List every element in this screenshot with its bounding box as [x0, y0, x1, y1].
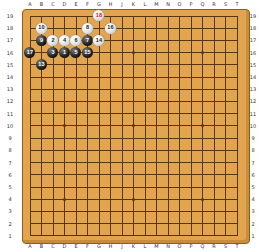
intersection-T6[interactable] — [231, 169, 243, 181]
intersection-G3[interactable] — [93, 205, 105, 217]
intersection-P13[interactable] — [185, 83, 197, 95]
intersection-G1[interactable] — [93, 230, 105, 242]
intersection-B17[interactable]: 9 — [36, 34, 48, 46]
intersection-M15[interactable] — [151, 59, 163, 71]
intersection-L18[interactable] — [139, 22, 151, 34]
intersection-N15[interactable] — [162, 59, 174, 71]
intersection-G19[interactable]: 18 — [93, 10, 105, 22]
intersection-S6[interactable] — [220, 169, 232, 181]
intersection-E6[interactable] — [70, 169, 82, 181]
intersection-C1[interactable] — [47, 230, 59, 242]
intersection-L13[interactable] — [139, 83, 151, 95]
intersection-E10[interactable] — [70, 120, 82, 132]
intersection-J7[interactable] — [116, 157, 128, 169]
intersection-E17[interactable]: 6 — [70, 34, 82, 46]
intersection-O10[interactable] — [174, 120, 186, 132]
intersection-L3[interactable] — [139, 205, 151, 217]
intersection-D9[interactable] — [59, 132, 71, 144]
intersection-F17[interactable]: 7 — [82, 34, 94, 46]
intersection-B12[interactable] — [36, 95, 48, 107]
intersection-B16[interactable] — [36, 47, 48, 59]
intersection-J17[interactable] — [116, 34, 128, 46]
intersection-F11[interactable] — [82, 108, 94, 120]
intersection-D6[interactable] — [59, 169, 71, 181]
intersection-D2[interactable] — [59, 218, 71, 230]
intersection-T2[interactable] — [231, 218, 243, 230]
intersection-M8[interactable] — [151, 144, 163, 156]
intersection-F7[interactable] — [82, 157, 94, 169]
intersection-E1[interactable] — [70, 230, 82, 242]
intersection-M13[interactable] — [151, 83, 163, 95]
intersection-M16[interactable] — [151, 47, 163, 59]
intersection-J11[interactable] — [116, 108, 128, 120]
intersection-N6[interactable] — [162, 169, 174, 181]
intersection-B15[interactable]: 13 — [36, 59, 48, 71]
intersection-G10[interactable] — [93, 120, 105, 132]
intersection-P9[interactable] — [185, 132, 197, 144]
intersection-D8[interactable] — [59, 144, 71, 156]
intersection-O5[interactable] — [174, 181, 186, 193]
intersection-D7[interactable] — [59, 157, 71, 169]
intersection-C2[interactable] — [47, 218, 59, 230]
intersection-R14[interactable] — [208, 71, 220, 83]
intersection-R6[interactable] — [208, 169, 220, 181]
intersection-M11[interactable] — [151, 108, 163, 120]
intersection-E19[interactable] — [70, 10, 82, 22]
intersection-G8[interactable] — [93, 144, 105, 156]
intersection-H13[interactable] — [105, 83, 117, 95]
intersection-Q3[interactable] — [197, 205, 209, 217]
intersection-C17[interactable]: 2 — [47, 34, 59, 46]
intersection-T11[interactable] — [231, 108, 243, 120]
intersection-M10[interactable] — [151, 120, 163, 132]
intersection-C18[interactable] — [47, 22, 59, 34]
intersection-H7[interactable] — [105, 157, 117, 169]
intersection-G15[interactable] — [93, 59, 105, 71]
intersection-G18[interactable] — [93, 22, 105, 34]
intersection-B18[interactable]: 10 — [36, 22, 48, 34]
intersection-A14[interactable] — [24, 71, 36, 83]
intersection-J4[interactable] — [116, 193, 128, 205]
intersection-H6[interactable] — [105, 169, 117, 181]
intersection-L1[interactable] — [139, 230, 151, 242]
intersection-M18[interactable] — [151, 22, 163, 34]
intersection-H3[interactable] — [105, 205, 117, 217]
intersection-C10[interactable] — [47, 120, 59, 132]
intersection-O7[interactable] — [174, 157, 186, 169]
intersection-A10[interactable] — [24, 120, 36, 132]
intersection-F19[interactable] — [82, 10, 94, 22]
intersection-N14[interactable] — [162, 71, 174, 83]
intersection-F12[interactable] — [82, 95, 94, 107]
intersection-S5[interactable] — [220, 181, 232, 193]
intersection-H18[interactable]: 16 — [105, 22, 117, 34]
intersection-K8[interactable] — [128, 144, 140, 156]
intersection-A13[interactable] — [24, 83, 36, 95]
intersection-F9[interactable] — [82, 132, 94, 144]
intersection-A12[interactable] — [24, 95, 36, 107]
intersection-S2[interactable] — [220, 218, 232, 230]
intersection-L11[interactable] — [139, 108, 151, 120]
intersection-R18[interactable] — [208, 22, 220, 34]
intersection-T4[interactable] — [231, 193, 243, 205]
intersection-N16[interactable] — [162, 47, 174, 59]
intersection-L9[interactable] — [139, 132, 151, 144]
intersection-S14[interactable] — [220, 71, 232, 83]
intersection-P10[interactable] — [185, 120, 197, 132]
intersection-O16[interactable] — [174, 47, 186, 59]
intersection-E11[interactable] — [70, 108, 82, 120]
intersection-E15[interactable] — [70, 59, 82, 71]
intersection-T17[interactable] — [231, 34, 243, 46]
intersection-T14[interactable] — [231, 71, 243, 83]
intersection-E9[interactable] — [70, 132, 82, 144]
intersection-E13[interactable] — [70, 83, 82, 95]
intersection-L10[interactable] — [139, 120, 151, 132]
intersection-D11[interactable] — [59, 108, 71, 120]
intersection-L7[interactable] — [139, 157, 151, 169]
intersection-P14[interactable] — [185, 71, 197, 83]
intersection-M4[interactable] — [151, 193, 163, 205]
intersection-G7[interactable] — [93, 157, 105, 169]
intersection-C5[interactable] — [47, 181, 59, 193]
intersection-D3[interactable] — [59, 205, 71, 217]
intersection-N19[interactable] — [162, 10, 174, 22]
intersection-P17[interactable] — [185, 34, 197, 46]
intersection-S15[interactable] — [220, 59, 232, 71]
intersection-O13[interactable] — [174, 83, 186, 95]
intersection-M19[interactable] — [151, 10, 163, 22]
intersection-E7[interactable] — [70, 157, 82, 169]
intersection-J1[interactable] — [116, 230, 128, 242]
intersection-C6[interactable] — [47, 169, 59, 181]
intersection-A8[interactable] — [24, 144, 36, 156]
intersection-K16[interactable] — [128, 47, 140, 59]
intersection-C15[interactable] — [47, 59, 59, 71]
intersection-A19[interactable] — [24, 10, 36, 22]
intersection-H15[interactable] — [105, 59, 117, 71]
intersection-D13[interactable] — [59, 83, 71, 95]
intersection-K1[interactable] — [128, 230, 140, 242]
intersection-H2[interactable] — [105, 218, 117, 230]
intersection-K18[interactable] — [128, 22, 140, 34]
intersection-Q19[interactable] — [197, 10, 209, 22]
intersection-M2[interactable] — [151, 218, 163, 230]
intersection-E18[interactable] — [70, 22, 82, 34]
intersection-O8[interactable] — [174, 144, 186, 156]
intersection-E8[interactable] — [70, 144, 82, 156]
intersection-O17[interactable] — [174, 34, 186, 46]
intersection-C7[interactable] — [47, 157, 59, 169]
intersection-G16[interactable] — [93, 47, 105, 59]
intersection-L4[interactable] — [139, 193, 151, 205]
intersection-H14[interactable] — [105, 71, 117, 83]
intersection-N7[interactable] — [162, 157, 174, 169]
intersection-G4[interactable] — [93, 193, 105, 205]
intersection-N18[interactable] — [162, 22, 174, 34]
intersection-G2[interactable] — [93, 218, 105, 230]
intersection-L16[interactable] — [139, 47, 151, 59]
intersection-O3[interactable] — [174, 205, 186, 217]
intersection-R8[interactable] — [208, 144, 220, 156]
intersection-F14[interactable] — [82, 71, 94, 83]
intersection-C3[interactable] — [47, 205, 59, 217]
intersection-B6[interactable] — [36, 169, 48, 181]
intersection-A17[interactable] — [24, 34, 36, 46]
intersection-J6[interactable] — [116, 169, 128, 181]
intersection-K4[interactable] — [128, 193, 140, 205]
intersection-D10[interactable] — [59, 120, 71, 132]
intersection-R16[interactable] — [208, 47, 220, 59]
intersection-C16[interactable]: 3 — [47, 47, 59, 59]
intersection-K3[interactable] — [128, 205, 140, 217]
intersection-S1[interactable] — [220, 230, 232, 242]
intersection-T3[interactable] — [231, 205, 243, 217]
intersection-P11[interactable] — [185, 108, 197, 120]
intersection-L2[interactable] — [139, 218, 151, 230]
intersection-E16[interactable]: 5 — [70, 47, 82, 59]
intersection-K15[interactable] — [128, 59, 140, 71]
intersection-H11[interactable] — [105, 108, 117, 120]
intersection-L12[interactable] — [139, 95, 151, 107]
intersection-A9[interactable] — [24, 132, 36, 144]
intersection-C11[interactable] — [47, 108, 59, 120]
intersection-Q18[interactable] — [197, 22, 209, 34]
intersection-S7[interactable] — [220, 157, 232, 169]
intersection-Q14[interactable] — [197, 71, 209, 83]
intersection-H9[interactable] — [105, 132, 117, 144]
intersection-Q15[interactable] — [197, 59, 209, 71]
intersection-S19[interactable] — [220, 10, 232, 22]
intersection-R15[interactable] — [208, 59, 220, 71]
intersection-J9[interactable] — [116, 132, 128, 144]
intersection-O19[interactable] — [174, 10, 186, 22]
intersection-L14[interactable] — [139, 71, 151, 83]
intersection-P16[interactable] — [185, 47, 197, 59]
intersection-S12[interactable] — [220, 95, 232, 107]
intersection-G17[interactable]: 14 — [93, 34, 105, 46]
intersection-G11[interactable] — [93, 108, 105, 120]
intersection-T7[interactable] — [231, 157, 243, 169]
intersection-P7[interactable] — [185, 157, 197, 169]
intersection-A15[interactable] — [24, 59, 36, 71]
intersection-K17[interactable] — [128, 34, 140, 46]
intersection-C13[interactable] — [47, 83, 59, 95]
intersection-N11[interactable] — [162, 108, 174, 120]
intersection-K14[interactable] — [128, 71, 140, 83]
intersection-O4[interactable] — [174, 193, 186, 205]
intersection-L17[interactable] — [139, 34, 151, 46]
intersection-N9[interactable] — [162, 132, 174, 144]
intersection-S10[interactable] — [220, 120, 232, 132]
intersection-K19[interactable] — [128, 10, 140, 22]
intersection-M9[interactable] — [151, 132, 163, 144]
intersection-J14[interactable] — [116, 71, 128, 83]
intersection-F18[interactable]: 8 — [82, 22, 94, 34]
intersection-D18[interactable] — [59, 22, 71, 34]
intersection-P8[interactable] — [185, 144, 197, 156]
intersection-O18[interactable] — [174, 22, 186, 34]
intersection-E12[interactable] — [70, 95, 82, 107]
intersection-F16[interactable]: 15 — [82, 47, 94, 59]
intersection-T10[interactable] — [231, 120, 243, 132]
intersection-F1[interactable] — [82, 230, 94, 242]
intersection-D19[interactable] — [59, 10, 71, 22]
intersection-G14[interactable] — [93, 71, 105, 83]
intersection-D1[interactable] — [59, 230, 71, 242]
intersection-M14[interactable] — [151, 71, 163, 83]
intersection-P4[interactable] — [185, 193, 197, 205]
intersection-R4[interactable] — [208, 193, 220, 205]
intersection-C8[interactable] — [47, 144, 59, 156]
intersection-Q9[interactable] — [197, 132, 209, 144]
intersection-S17[interactable] — [220, 34, 232, 46]
intersection-K6[interactable] — [128, 169, 140, 181]
intersection-H19[interactable] — [105, 10, 117, 22]
intersection-K9[interactable] — [128, 132, 140, 144]
intersection-H4[interactable] — [105, 193, 117, 205]
intersection-L19[interactable] — [139, 10, 151, 22]
intersection-E3[interactable] — [70, 205, 82, 217]
intersection-O12[interactable] — [174, 95, 186, 107]
intersection-F5[interactable] — [82, 181, 94, 193]
intersection-B9[interactable] — [36, 132, 48, 144]
intersection-Q10[interactable] — [197, 120, 209, 132]
intersection-N8[interactable] — [162, 144, 174, 156]
intersection-R11[interactable] — [208, 108, 220, 120]
intersection-S8[interactable] — [220, 144, 232, 156]
intersection-H10[interactable] — [105, 120, 117, 132]
intersection-K12[interactable] — [128, 95, 140, 107]
intersection-F4[interactable] — [82, 193, 94, 205]
intersection-N4[interactable] — [162, 193, 174, 205]
intersection-A6[interactable] — [24, 169, 36, 181]
intersection-R1[interactable] — [208, 230, 220, 242]
intersection-R10[interactable] — [208, 120, 220, 132]
intersection-S11[interactable] — [220, 108, 232, 120]
intersection-C14[interactable] — [47, 71, 59, 83]
intersection-O9[interactable] — [174, 132, 186, 144]
intersection-J13[interactable] — [116, 83, 128, 95]
intersection-Q4[interactable] — [197, 193, 209, 205]
intersection-A18[interactable] — [24, 22, 36, 34]
intersection-C4[interactable] — [47, 193, 59, 205]
intersection-P2[interactable] — [185, 218, 197, 230]
intersection-J18[interactable] — [116, 22, 128, 34]
intersection-F15[interactable] — [82, 59, 94, 71]
intersection-A1[interactable] — [24, 230, 36, 242]
intersection-Q6[interactable] — [197, 169, 209, 181]
intersection-A4[interactable] — [24, 193, 36, 205]
intersection-H8[interactable] — [105, 144, 117, 156]
intersection-G6[interactable] — [93, 169, 105, 181]
intersection-A2[interactable] — [24, 218, 36, 230]
intersection-T18[interactable] — [231, 22, 243, 34]
intersection-E2[interactable] — [70, 218, 82, 230]
intersection-M17[interactable] — [151, 34, 163, 46]
intersection-B14[interactable] — [36, 71, 48, 83]
intersection-M1[interactable] — [151, 230, 163, 242]
intersection-O15[interactable] — [174, 59, 186, 71]
intersection-R12[interactable] — [208, 95, 220, 107]
intersection-A5[interactable] — [24, 181, 36, 193]
intersection-K13[interactable] — [128, 83, 140, 95]
intersection-O14[interactable] — [174, 71, 186, 83]
intersection-T19[interactable] — [231, 10, 243, 22]
intersection-N10[interactable] — [162, 120, 174, 132]
intersection-O6[interactable] — [174, 169, 186, 181]
intersection-A11[interactable] — [24, 108, 36, 120]
intersection-Q16[interactable] — [197, 47, 209, 59]
intersection-B1[interactable] — [36, 230, 48, 242]
intersection-K5[interactable] — [128, 181, 140, 193]
intersection-T5[interactable] — [231, 181, 243, 193]
intersection-M3[interactable] — [151, 205, 163, 217]
intersection-T13[interactable] — [231, 83, 243, 95]
intersection-B4[interactable] — [36, 193, 48, 205]
intersection-L6[interactable] — [139, 169, 151, 181]
intersection-N2[interactable] — [162, 218, 174, 230]
intersection-J16[interactable] — [116, 47, 128, 59]
intersection-A16[interactable]: 17 — [24, 47, 36, 59]
intersection-L15[interactable] — [139, 59, 151, 71]
intersection-J8[interactable] — [116, 144, 128, 156]
intersection-Q5[interactable] — [197, 181, 209, 193]
intersection-B19[interactable] — [36, 10, 48, 22]
intersection-N1[interactable] — [162, 230, 174, 242]
intersection-N5[interactable] — [162, 181, 174, 193]
intersection-M6[interactable] — [151, 169, 163, 181]
intersection-Q13[interactable] — [197, 83, 209, 95]
intersection-H16[interactable] — [105, 47, 117, 59]
intersection-F10[interactable] — [82, 120, 94, 132]
intersection-M12[interactable] — [151, 95, 163, 107]
intersection-F6[interactable] — [82, 169, 94, 181]
intersection-Q7[interactable] — [197, 157, 209, 169]
intersection-Q11[interactable] — [197, 108, 209, 120]
intersection-J2[interactable] — [116, 218, 128, 230]
intersection-F8[interactable] — [82, 144, 94, 156]
intersection-R13[interactable] — [208, 83, 220, 95]
intersection-R17[interactable] — [208, 34, 220, 46]
intersection-Q12[interactable] — [197, 95, 209, 107]
intersection-B3[interactable] — [36, 205, 48, 217]
intersection-D17[interactable]: 4 — [59, 34, 71, 46]
intersection-M7[interactable] — [151, 157, 163, 169]
intersection-Q2[interactable] — [197, 218, 209, 230]
intersection-C9[interactable] — [47, 132, 59, 144]
intersection-S16[interactable] — [220, 47, 232, 59]
intersection-D16[interactable]: 1 — [59, 47, 71, 59]
intersection-F2[interactable] — [82, 218, 94, 230]
intersection-O2[interactable] — [174, 218, 186, 230]
intersection-H1[interactable] — [105, 230, 117, 242]
intersection-E5[interactable] — [70, 181, 82, 193]
intersection-R19[interactable] — [208, 10, 220, 22]
intersection-L5[interactable] — [139, 181, 151, 193]
intersection-N17[interactable] — [162, 34, 174, 46]
intersection-G5[interactable] — [93, 181, 105, 193]
intersection-C12[interactable] — [47, 95, 59, 107]
intersection-A7[interactable] — [24, 157, 36, 169]
intersection-B8[interactable] — [36, 144, 48, 156]
intersection-S3[interactable] — [220, 205, 232, 217]
intersection-F3[interactable] — [82, 205, 94, 217]
intersection-P6[interactable] — [185, 169, 197, 181]
intersection-H5[interactable] — [105, 181, 117, 193]
intersection-J5[interactable] — [116, 181, 128, 193]
intersection-N13[interactable] — [162, 83, 174, 95]
